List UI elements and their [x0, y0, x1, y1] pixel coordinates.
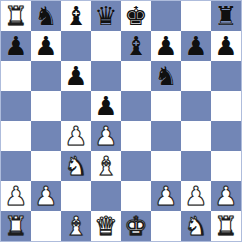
- square-e7[interactable]: ♝: [121, 31, 151, 61]
- square-d4[interactable]: ♟: [91, 121, 121, 151]
- square-b8[interactable]: ♞: [31, 1, 61, 31]
- square-b7[interactable]: ♟: [31, 31, 61, 61]
- square-h1[interactable]: ♜: [211, 211, 241, 241]
- square-g4[interactable]: [181, 121, 211, 151]
- square-e2[interactable]: [121, 181, 151, 211]
- white-bishop[interactable]: ♝: [64, 211, 87, 241]
- black-bishop[interactable]: ♝: [64, 1, 87, 31]
- white-king[interactable]: ♚: [124, 211, 147, 241]
- square-e8[interactable]: ♚: [121, 1, 151, 31]
- square-g7[interactable]: ♟: [181, 31, 211, 61]
- square-h4[interactable]: [211, 121, 241, 151]
- square-e4[interactable]: [121, 121, 151, 151]
- square-a5[interactable]: [1, 91, 31, 121]
- square-g1[interactable]: ♞: [181, 211, 211, 241]
- square-c6[interactable]: ♟: [61, 61, 91, 91]
- square-h8[interactable]: ♜: [211, 1, 241, 31]
- square-h6[interactable]: [211, 61, 241, 91]
- square-d1[interactable]: ♛: [91, 211, 121, 241]
- square-e5[interactable]: [121, 91, 151, 121]
- square-d2[interactable]: [91, 181, 121, 211]
- square-a8[interactable]: ♜: [1, 1, 31, 31]
- black-king[interactable]: ♚: [124, 1, 147, 31]
- square-b4[interactable]: [31, 121, 61, 151]
- black-pawn[interactable]: ♟: [94, 91, 117, 121]
- square-g5[interactable]: [181, 91, 211, 121]
- square-c3[interactable]: ♞: [61, 151, 91, 181]
- square-a4[interactable]: [1, 121, 31, 151]
- square-a6[interactable]: [1, 61, 31, 91]
- square-b2[interactable]: ♟: [31, 181, 61, 211]
- square-d6[interactable]: [91, 61, 121, 91]
- square-b6[interactable]: [31, 61, 61, 91]
- square-f7[interactable]: ♟: [151, 31, 181, 61]
- square-g8[interactable]: [181, 1, 211, 31]
- square-c1[interactable]: ♝: [61, 211, 91, 241]
- square-d5[interactable]: ♟: [91, 91, 121, 121]
- square-g2[interactable]: ♟: [181, 181, 211, 211]
- square-b1[interactable]: [31, 211, 61, 241]
- square-f1[interactable]: [151, 211, 181, 241]
- white-pawn[interactable]: ♟: [94, 121, 117, 151]
- white-pawn[interactable]: ♟: [34, 181, 57, 211]
- white-rook[interactable]: ♜: [214, 211, 237, 241]
- square-h7[interactable]: ♟: [211, 31, 241, 61]
- square-h2[interactable]: ♟: [211, 181, 241, 211]
- square-c5[interactable]: [61, 91, 91, 121]
- white-pawn[interactable]: ♟: [184, 181, 207, 211]
- white-rook[interactable]: ♜: [4, 1, 27, 31]
- square-c4[interactable]: ♟: [61, 121, 91, 151]
- square-c7[interactable]: [61, 31, 91, 61]
- square-f2[interactable]: ♟: [151, 181, 181, 211]
- square-h3[interactable]: [211, 151, 241, 181]
- white-knight[interactable]: ♞: [184, 211, 207, 241]
- square-d3[interactable]: ♝: [91, 151, 121, 181]
- black-pawn[interactable]: ♟: [214, 31, 237, 61]
- black-pawn[interactable]: ♟: [34, 31, 57, 61]
- white-pawn[interactable]: ♟: [64, 121, 87, 151]
- square-c2[interactable]: [61, 181, 91, 211]
- white-rook[interactable]: ♜: [4, 211, 27, 241]
- black-bishop[interactable]: ♝: [124, 31, 147, 61]
- square-h5[interactable]: [211, 91, 241, 121]
- square-b5[interactable]: [31, 91, 61, 121]
- white-pawn[interactable]: ♟: [154, 181, 177, 211]
- square-a7[interactable]: ♟: [1, 31, 31, 61]
- square-e6[interactable]: [121, 61, 151, 91]
- black-pawn[interactable]: ♟: [154, 31, 177, 61]
- square-a1[interactable]: ♜: [1, 211, 31, 241]
- white-pawn[interactable]: ♟: [4, 181, 27, 211]
- square-a3[interactable]: [1, 151, 31, 181]
- white-bishop[interactable]: ♝: [94, 151, 117, 181]
- white-knight[interactable]: ♞: [64, 151, 87, 181]
- white-pawn[interactable]: ♟: [214, 181, 237, 211]
- white-queen[interactable]: ♛: [94, 211, 117, 241]
- square-f5[interactable]: [151, 91, 181, 121]
- black-pawn[interactable]: ♟: [184, 31, 207, 61]
- square-d7[interactable]: [91, 31, 121, 61]
- black-pawn[interactable]: ♟: [4, 31, 27, 61]
- black-knight[interactable]: ♞: [34, 1, 57, 31]
- square-g6[interactable]: [181, 61, 211, 91]
- square-a2[interactable]: ♟: [1, 181, 31, 211]
- square-f3[interactable]: [151, 151, 181, 181]
- square-c8[interactable]: ♝: [61, 1, 91, 31]
- square-f6[interactable]: ♞: [151, 61, 181, 91]
- black-knight[interactable]: ♞: [154, 61, 177, 91]
- square-d8[interactable]: ♛: [91, 1, 121, 31]
- square-f8[interactable]: [151, 1, 181, 31]
- square-b3[interactable]: [31, 151, 61, 181]
- square-f4[interactable]: [151, 121, 181, 151]
- black-queen[interactable]: ♛: [94, 1, 117, 31]
- square-e3[interactable]: [121, 151, 151, 181]
- square-e1[interactable]: ♚: [121, 211, 151, 241]
- square-g3[interactable]: [181, 151, 211, 181]
- chess-board[interactable]: ♜♞♝♛♚♜♟♟♝♟♟♟♟♞♟♟♟♞♝♟♟♟♟♟♜♝♛♚♞♜: [0, 0, 242, 242]
- black-rook[interactable]: ♜: [214, 1, 237, 31]
- black-pawn[interactable]: ♟: [64, 61, 87, 91]
